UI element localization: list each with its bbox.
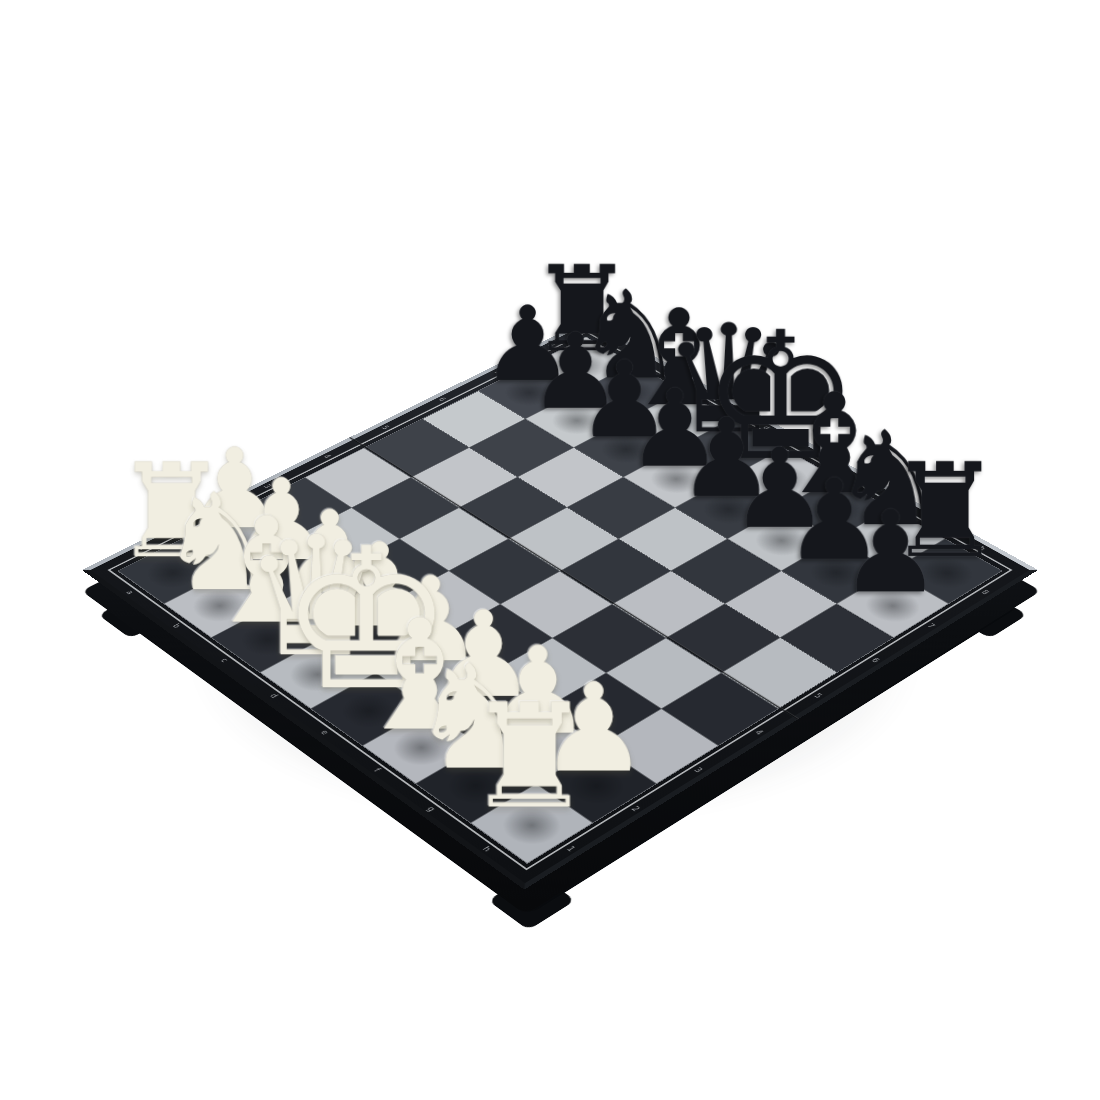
rank-label-6: 6 xyxy=(870,657,882,664)
rank-label-5: 5 xyxy=(812,692,824,699)
board-surface: ♜♞♝♛♚♝♞♜♟♟♟♟♟♟♟♟♟♟♟♟♟♟♟♟♜♞♝♛♚♝♞♜ aabbccd… xyxy=(82,319,1038,889)
chessboard: ♜♞♝♛♚♝♞♜♟♟♟♟♟♟♟♟♟♟♟♟♟♟♟♟♜♞♝♛♚♝♞♜ aabbccd… xyxy=(82,319,1038,889)
piece-glyph: ♟ xyxy=(688,500,1094,605)
piece-glyph: ♜ xyxy=(308,691,752,824)
file-label-h: h xyxy=(476,842,498,857)
rank-label-7: 7 xyxy=(925,622,936,629)
rank-label-5: 5 xyxy=(380,425,391,431)
chess-set-product-photo: ♜♞♝♛♚♝♞♜♟♟♟♟♟♟♟♟♟♟♟♟♟♟♟♟♜♞♝♛♚♝♞♜ aabbccd… xyxy=(0,0,1100,1100)
scene-3d: ♜♞♝♛♚♝♞♜♟♟♟♟♟♟♟♟♟♟♟♟♟♟♟♟♜♞♝♛♚♝♞♜ aabbccd… xyxy=(0,0,1100,1100)
squares-grid: ♜♞♝♛♚♝♞♜♟♟♟♟♟♟♟♟♟♟♟♟♟♟♟♟♜♞♝♛♚♝♞♜ xyxy=(117,337,1003,864)
rank-label-1: 1 xyxy=(565,845,578,853)
